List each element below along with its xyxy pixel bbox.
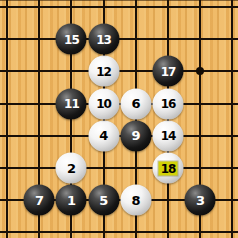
stone-black-3: 3: [185, 185, 216, 216]
stone-number: 4: [99, 129, 108, 143]
stone-black-15: 15: [56, 24, 87, 55]
stone-number: 1: [67, 193, 76, 207]
stone-number-highlighted: 18: [159, 161, 178, 175]
grid-line-vertical: [231, 0, 233, 238]
star-point: [196, 67, 204, 75]
stone-number: 11: [64, 97, 79, 111]
stone-white-8: 8: [120, 185, 151, 216]
stone-number: 10: [96, 97, 111, 111]
stone-black-1: 1: [56, 185, 87, 216]
stone-black-11: 11: [56, 88, 87, 119]
stone-number: 2: [67, 161, 76, 175]
stone-black-7: 7: [24, 185, 55, 216]
grid-line-horizontal: [0, 167, 238, 169]
grid-line-vertical: [6, 0, 8, 238]
stone-white-10: 10: [88, 88, 119, 119]
stone-white-6: 6: [120, 88, 151, 119]
stone-number: 6: [132, 97, 141, 111]
stone-black-5: 5: [88, 185, 119, 216]
stone-number: 12: [96, 64, 111, 78]
grid-line-horizontal: [0, 6, 238, 8]
stone-black-17: 17: [153, 56, 184, 87]
stone-black-9: 9: [120, 120, 151, 151]
stone-white-12: 12: [88, 56, 119, 87]
stone-number: 13: [96, 32, 111, 46]
stone-number: 9: [132, 129, 141, 143]
stone-number: 17: [161, 64, 176, 78]
stone-number: 8: [132, 193, 141, 207]
stone-number: 14: [161, 129, 176, 143]
stone-number: 16: [161, 97, 176, 111]
stone-white-18-last-move: 18: [153, 153, 184, 184]
grid-line-horizontal: [0, 231, 238, 233]
stone-white-4: 4: [88, 120, 119, 151]
stone-number: 3: [196, 193, 205, 207]
go-board[interactable]: 123456789101112131415161718: [0, 0, 238, 238]
stone-number: 15: [64, 32, 79, 46]
stone-white-2: 2: [56, 153, 87, 184]
board-top-edge-line: [0, 0, 238, 1]
stone-white-16: 16: [153, 88, 184, 119]
stone-number: 5: [99, 193, 108, 207]
stone-black-13: 13: [88, 24, 119, 55]
stone-white-14: 14: [153, 120, 184, 151]
stone-number: 7: [35, 193, 44, 207]
